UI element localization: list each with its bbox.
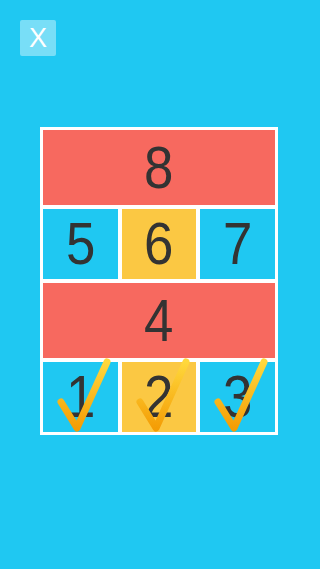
close-button[interactable]: X	[20, 20, 56, 56]
puzzle-board: 8 5 6 7 4 1 2 3	[40, 127, 278, 435]
cell-6-value: 6	[144, 214, 173, 274]
cell-1[interactable]: 1	[43, 362, 118, 432]
cell-2[interactable]: 2	[122, 362, 197, 432]
cell-4[interactable]: 4	[43, 283, 275, 358]
cell-4-value: 4	[144, 291, 173, 351]
game-screen: X 8 5 6 7 4 1 2	[0, 0, 320, 569]
cell-8[interactable]: 8	[43, 130, 275, 205]
cell-3[interactable]: 3	[200, 362, 275, 432]
cell-5-value: 5	[66, 214, 95, 274]
cell-8-value: 8	[144, 138, 173, 198]
cell-7-value: 7	[223, 214, 252, 274]
cell-2-value: 2	[144, 367, 173, 427]
cell-3-value: 3	[223, 367, 252, 427]
cell-7[interactable]: 7	[200, 209, 275, 279]
cell-6[interactable]: 6	[122, 209, 197, 279]
cell-5[interactable]: 5	[43, 209, 118, 279]
cell-1-value: 1	[66, 367, 95, 427]
